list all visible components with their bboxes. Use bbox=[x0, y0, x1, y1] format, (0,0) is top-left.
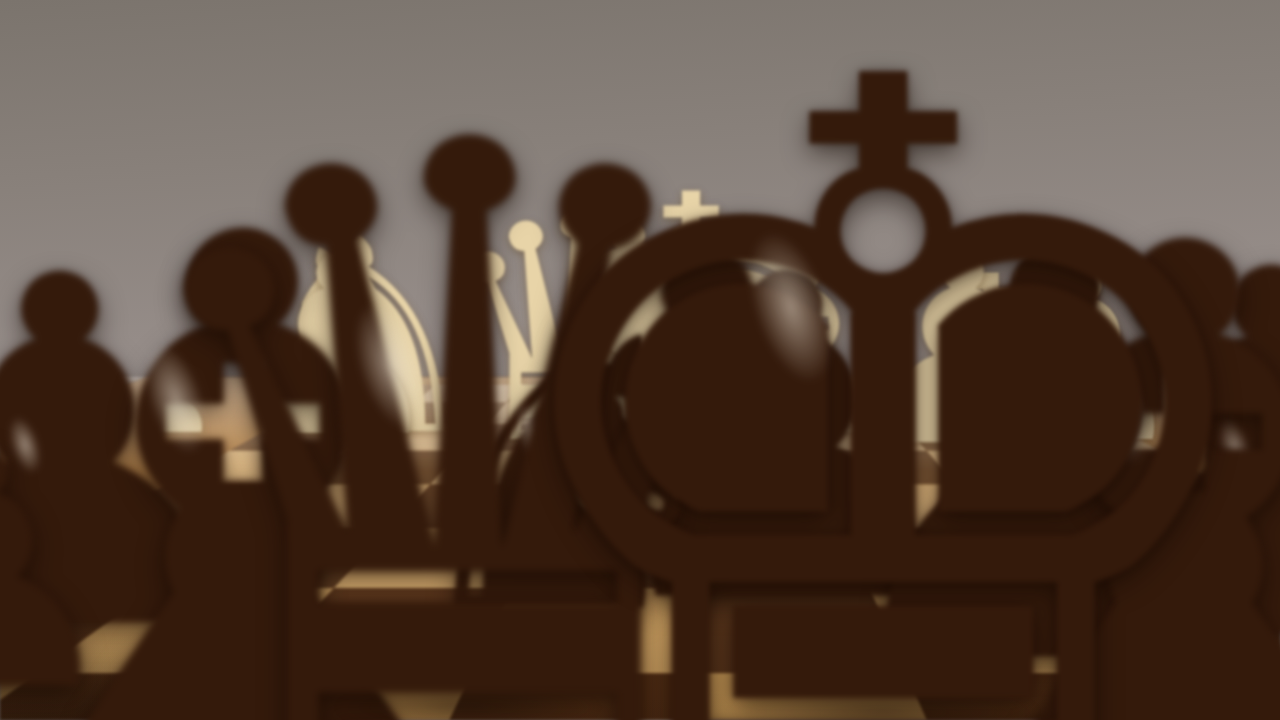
chess-photo-frame: ♟♝♛♞♟♚♟♝♟♟♟♞♛♟♚♟♝♟♜♟♟ bbox=[0, 0, 1280, 720]
black-king[interactable]: ♚ bbox=[462, 0, 1280, 720]
